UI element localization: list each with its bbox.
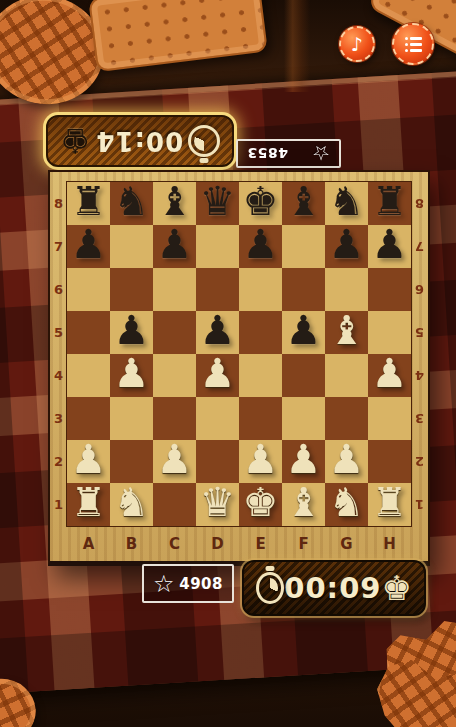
black-pawn[interactable]: ♟	[372, 224, 408, 264]
opponent-score-strip: ☆ 4853	[236, 139, 341, 168]
square-a8[interactable]: ♜	[67, 182, 110, 225]
square-b4[interactable]: ♟	[110, 354, 153, 397]
music-note-icon: ♪	[351, 35, 363, 54]
black-pawn[interactable]: ♟	[286, 310, 322, 350]
square-a1[interactable]: ♜	[67, 483, 110, 526]
square-e3[interactable]	[239, 397, 282, 440]
coord-label: H	[383, 535, 396, 553]
square-g7[interactable]: ♟	[325, 225, 368, 268]
square-g6[interactable]	[325, 268, 368, 311]
square-b6[interactable]	[110, 268, 153, 311]
square-e4[interactable]	[239, 354, 282, 397]
stopwatch-icon	[188, 125, 220, 157]
square-f7[interactable]	[282, 225, 325, 268]
square-e5[interactable]	[239, 311, 282, 354]
square-h5[interactable]	[368, 311, 411, 354]
white-pawn[interactable]: ♟	[372, 353, 408, 393]
menu-button[interactable]	[392, 23, 434, 65]
rank-labels-right: 87654321	[411, 182, 428, 526]
square-g2[interactable]: ♟	[325, 440, 368, 483]
black-king[interactable]: ♚	[243, 181, 279, 221]
menu-list-icon	[405, 37, 422, 52]
square-a5[interactable]	[67, 311, 110, 354]
square-d8[interactable]: ♛	[196, 182, 239, 225]
square-d3[interactable]	[196, 397, 239, 440]
coord-label: 6	[415, 282, 424, 297]
square-e6[interactable]	[239, 268, 282, 311]
coord-label: 5	[415, 325, 424, 340]
white-bishop[interactable]: ♝	[286, 482, 322, 522]
square-c1[interactable]	[153, 483, 196, 526]
square-h3[interactable]	[368, 397, 411, 440]
white-pawn[interactable]: ♟	[157, 439, 193, 479]
square-c8[interactable]: ♝	[153, 182, 196, 225]
player-timer-panel: 00:09 ♚	[242, 560, 426, 616]
square-e2[interactable]: ♟	[239, 440, 282, 483]
black-pawn[interactable]: ♟	[157, 224, 193, 264]
coord-label: D	[211, 535, 223, 553]
square-g8[interactable]: ♞	[325, 182, 368, 225]
coord-label: 2	[415, 454, 424, 469]
white-queen[interactable]: ♛	[200, 482, 236, 522]
board-squares: ♜♞♝♛♚♝♞♜♟♟♟♟♟♟♟♟♝♟♟♟♟♟♟♟♟♜♞♛♚♝♞♜	[67, 182, 411, 526]
square-b8[interactable]: ♞	[110, 182, 153, 225]
black-knight[interactable]: ♞	[114, 181, 150, 221]
square-f1[interactable]: ♝	[282, 483, 325, 526]
opponent-score: 4853	[247, 146, 288, 162]
square-f3[interactable]	[282, 397, 325, 440]
coord-label: 5	[54, 325, 63, 340]
white-bishop[interactable]: ♝	[329, 310, 365, 350]
white-pawn[interactable]: ♟	[243, 439, 279, 479]
coord-label: 4	[415, 368, 424, 383]
square-f4[interactable]	[282, 354, 325, 397]
square-c4[interactable]	[153, 354, 196, 397]
coord-label: 3	[415, 411, 424, 426]
black-rook[interactable]: ♜	[372, 181, 408, 221]
rank-labels-left: 87654321	[50, 182, 67, 526]
square-d7[interactable]	[196, 225, 239, 268]
black-bishop[interactable]: ♝	[157, 181, 193, 221]
coord-label: 7	[415, 239, 424, 254]
sound-button[interactable]: ♪	[339, 26, 375, 62]
square-h8[interactable]: ♜	[368, 182, 411, 225]
white-pawn[interactable]: ♟	[286, 439, 322, 479]
square-f8[interactable]: ♝	[282, 182, 325, 225]
coord-label: C	[169, 535, 180, 553]
black-pawn[interactable]: ♟	[71, 224, 107, 264]
file-labels: ABCDEFGH	[67, 526, 411, 561]
player-clock: 00:09	[284, 571, 381, 605]
black-queen[interactable]: ♛	[200, 181, 236, 221]
square-a4[interactable]	[67, 354, 110, 397]
white-king[interactable]: ♚	[243, 482, 279, 522]
square-h2[interactable]	[368, 440, 411, 483]
coord-label: 6	[54, 282, 63, 297]
black-knight[interactable]: ♞	[329, 181, 365, 221]
square-e8[interactable]: ♚	[239, 182, 282, 225]
player-score: 4908	[179, 575, 223, 593]
square-h4[interactable]: ♟	[368, 354, 411, 397]
square-c3[interactable]	[153, 397, 196, 440]
square-c6[interactable]	[153, 268, 196, 311]
coord-label: E	[255, 535, 265, 553]
square-d4[interactable]: ♟	[196, 354, 239, 397]
coord-label: G	[340, 535, 352, 553]
white-knight[interactable]: ♞	[114, 482, 150, 522]
coord-label: 7	[54, 239, 63, 254]
square-h7[interactable]: ♟	[368, 225, 411, 268]
black-pawn[interactable]: ♟	[329, 224, 365, 264]
stopwatch-icon	[256, 572, 284, 604]
white-pawn[interactable]: ♟	[200, 353, 236, 393]
chess-board: 87654321 ♜♞♝♛♚♝♞♜♟♟♟♟♟♟♟♟♝♟♟♟♟♟♟♟♟♜♞♛♚♝♞…	[48, 170, 430, 566]
coord-label: 4	[54, 368, 63, 383]
square-g1[interactable]: ♞	[325, 483, 368, 526]
square-c2[interactable]: ♟	[153, 440, 196, 483]
white-pawn[interactable]: ♟	[71, 439, 107, 479]
square-d1[interactable]: ♛	[196, 483, 239, 526]
black-rook[interactable]: ♜	[71, 181, 107, 221]
white-pawn[interactable]: ♟	[329, 439, 365, 479]
square-d2[interactable]	[196, 440, 239, 483]
coord-label: 8	[54, 196, 63, 211]
white-knight[interactable]: ♞	[329, 482, 365, 522]
app-screen: ♪ 00:14 ♚ ☆ 4853 87654321 ♜♞♝♛♚♝♞♜♟♟♟♟♟♟…	[0, 0, 456, 727]
square-e7[interactable]: ♟	[239, 225, 282, 268]
coord-label: B	[126, 535, 137, 553]
square-b3[interactable]	[110, 397, 153, 440]
white-rook[interactable]: ♜	[372, 482, 408, 522]
square-c7[interactable]: ♟	[153, 225, 196, 268]
square-g5[interactable]: ♝	[325, 311, 368, 354]
square-a7[interactable]: ♟	[67, 225, 110, 268]
opponent-clock: 00:14	[95, 126, 183, 156]
black-pawn[interactable]: ♟	[243, 224, 279, 264]
black-pawn[interactable]: ♟	[114, 310, 150, 350]
square-h6[interactable]	[368, 268, 411, 311]
coord-label: 1	[54, 497, 63, 512]
square-f5[interactable]: ♟	[282, 311, 325, 354]
square-e1[interactable]: ♚	[239, 483, 282, 526]
coord-label: 1	[415, 497, 424, 512]
player-score-strip: ☆ 4908	[142, 564, 234, 603]
opponent-timer-panel: 00:14 ♚	[46, 115, 234, 167]
square-b1[interactable]: ♞	[110, 483, 153, 526]
square-c5[interactable]	[153, 311, 196, 354]
square-f2[interactable]: ♟	[282, 440, 325, 483]
square-b2[interactable]	[110, 440, 153, 483]
coord-label: 3	[54, 411, 63, 426]
square-b7[interactable]	[110, 225, 153, 268]
star-icon: ☆	[153, 572, 175, 596]
biscuit-cookie-top-left	[88, 0, 268, 72]
star-icon: ☆	[312, 144, 330, 164]
square-a6[interactable]	[67, 268, 110, 311]
square-d6[interactable]	[196, 268, 239, 311]
square-d5[interactable]: ♟	[196, 311, 239, 354]
square-g3[interactable]	[325, 397, 368, 440]
white-pawn[interactable]: ♟	[114, 353, 150, 393]
square-b5[interactable]: ♟	[110, 311, 153, 354]
white-king-icon: ♚	[382, 571, 412, 605]
coord-label: 8	[415, 196, 424, 211]
square-f6[interactable]	[282, 268, 325, 311]
coord-label: A	[83, 535, 95, 553]
coord-label: F	[298, 535, 308, 553]
square-a2[interactable]: ♟	[67, 440, 110, 483]
black-pawn[interactable]: ♟	[200, 310, 236, 350]
coord-label: 2	[54, 454, 63, 469]
black-bishop[interactable]: ♝	[286, 181, 322, 221]
square-g4[interactable]	[325, 354, 368, 397]
background-strap	[284, 0, 310, 92]
square-h1[interactable]: ♜	[368, 483, 411, 526]
black-king-icon: ♚	[60, 124, 90, 158]
square-a3[interactable]	[67, 397, 110, 440]
white-rook[interactable]: ♜	[71, 482, 107, 522]
